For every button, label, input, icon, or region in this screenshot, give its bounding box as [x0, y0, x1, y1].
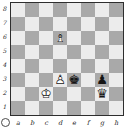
square-d3: ♟♙	[53, 73, 67, 87]
square-h7	[109, 17, 123, 31]
square-g7	[95, 17, 109, 31]
rank-label-5: 5	[0, 44, 9, 58]
square-h8	[109, 3, 123, 17]
square-c5	[39, 45, 53, 59]
white-pawn-d3: ♟♙	[53, 73, 67, 87]
square-h4	[109, 59, 123, 73]
square-f8	[81, 3, 95, 17]
square-a3	[11, 73, 25, 87]
file-label-b: b	[25, 118, 39, 128]
square-b2	[25, 87, 39, 101]
square-d5	[53, 45, 67, 59]
square-e3: ♚	[67, 73, 81, 87]
square-h6	[109, 31, 123, 45]
square-d2	[53, 87, 67, 101]
chess-diagram: ♝♗♟♙♚♟♚♔♛ 87654321abcdefgh	[0, 0, 130, 130]
rank-label-1: 1	[0, 100, 9, 114]
square-g2: ♛	[95, 87, 109, 101]
square-d1	[53, 101, 67, 115]
white-to-move-indicator	[1, 118, 10, 127]
square-c6	[39, 31, 53, 45]
square-g4	[95, 59, 109, 73]
black-king-e3: ♚	[67, 73, 81, 87]
square-b6	[25, 31, 39, 45]
black-queen-g2: ♛	[95, 87, 109, 101]
square-a8	[11, 3, 25, 17]
square-h3	[109, 73, 123, 87]
white-bishop-outline: ♗	[53, 31, 67, 45]
square-a6	[11, 31, 25, 45]
square-c2: ♚♔	[39, 87, 53, 101]
square-b4	[25, 59, 39, 73]
square-h2	[109, 87, 123, 101]
square-h5	[109, 45, 123, 59]
white-pawn-outline: ♙	[53, 73, 67, 87]
square-b3	[25, 73, 39, 87]
square-h1	[109, 101, 123, 115]
square-a1	[11, 101, 25, 115]
square-a2	[11, 87, 25, 101]
square-g3: ♟	[95, 73, 109, 87]
square-g1	[95, 101, 109, 115]
square-g6	[95, 31, 109, 45]
rank-label-2: 2	[0, 86, 9, 100]
square-a7	[11, 17, 25, 31]
square-d6: ♝♗	[53, 31, 67, 45]
rank-label-7: 7	[0, 16, 9, 30]
white-bishop-d6: ♝♗	[53, 31, 67, 45]
square-f5	[81, 45, 95, 59]
file-label-f: f	[81, 118, 95, 128]
square-c4	[39, 59, 53, 73]
square-c7	[39, 17, 53, 31]
file-label-a: a	[11, 118, 25, 128]
white-king-c2: ♚♔	[39, 87, 53, 101]
square-g8	[95, 3, 109, 17]
square-e7	[67, 17, 81, 31]
square-e8	[67, 3, 81, 17]
rank-label-6: 6	[0, 30, 9, 44]
square-b8	[25, 3, 39, 17]
square-c3	[39, 73, 53, 87]
square-e1	[67, 101, 81, 115]
square-d4	[53, 59, 67, 73]
square-c1	[39, 101, 53, 115]
square-f6	[81, 31, 95, 45]
file-label-c: c	[39, 118, 53, 128]
square-d8	[53, 3, 67, 17]
square-b7	[25, 17, 39, 31]
square-e2	[67, 87, 81, 101]
square-e6	[67, 31, 81, 45]
square-c8	[39, 3, 53, 17]
file-label-d: d	[53, 118, 67, 128]
square-f3	[81, 73, 95, 87]
white-king-outline: ♔	[39, 87, 53, 101]
rank-label-4: 4	[0, 58, 9, 72]
chess-board: ♝♗♟♙♚♟♚♔♛	[10, 2, 124, 116]
rank-label-3: 3	[0, 72, 9, 86]
file-label-g: g	[95, 118, 109, 128]
square-f4	[81, 59, 95, 73]
black-pawn-g3: ♟	[95, 73, 109, 87]
square-d7	[53, 17, 67, 31]
square-f7	[81, 17, 95, 31]
rank-label-8: 8	[0, 2, 9, 16]
square-f1	[81, 101, 95, 115]
square-g5	[95, 45, 109, 59]
square-a5	[11, 45, 25, 59]
square-e5	[67, 45, 81, 59]
file-label-h: h	[109, 118, 123, 128]
square-b1	[25, 101, 39, 115]
square-a4	[11, 59, 25, 73]
square-b5	[25, 45, 39, 59]
square-f2	[81, 87, 95, 101]
file-label-e: e	[67, 118, 81, 128]
square-e4	[67, 59, 81, 73]
